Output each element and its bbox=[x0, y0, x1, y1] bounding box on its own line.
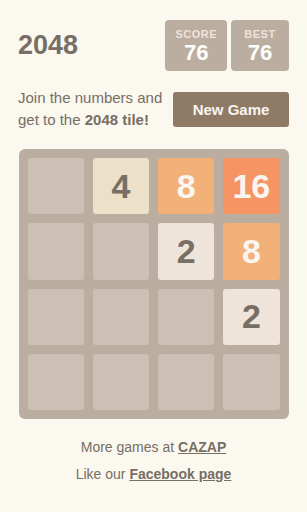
cazap-link[interactable]: CAZAP bbox=[178, 439, 226, 455]
tile-8: 8 bbox=[223, 223, 279, 279]
score-label: SCORE bbox=[175, 28, 217, 40]
best-label: BEST bbox=[241, 28, 279, 40]
empty-cell bbox=[158, 354, 214, 410]
intro-line1: Join the numbers and bbox=[18, 89, 162, 106]
tile-2: 2 bbox=[158, 223, 214, 279]
tile-8: 8 bbox=[158, 158, 214, 214]
best-value: 76 bbox=[241, 40, 279, 66]
empty-cell bbox=[28, 354, 84, 410]
empty-cell bbox=[28, 223, 84, 279]
score-panel: SCORE 76 BEST 76 bbox=[165, 20, 289, 71]
board[interactable]: 4816282 bbox=[19, 149, 289, 419]
score-value: 76 bbox=[175, 40, 217, 66]
tile-16: 16 bbox=[223, 158, 279, 214]
footer-line2-text: Like our bbox=[76, 466, 130, 482]
facebook-page-link[interactable]: Facebook page bbox=[129, 466, 231, 482]
score-box: SCORE 76 bbox=[165, 20, 227, 71]
empty-cell bbox=[93, 289, 149, 345]
empty-cell bbox=[93, 223, 149, 279]
footer-line2: Like our Facebook page bbox=[0, 466, 307, 482]
header: 2048 SCORE 76 BEST 76 bbox=[0, 0, 307, 71]
empty-cell bbox=[93, 354, 149, 410]
empty-cell bbox=[158, 289, 214, 345]
intro-row: Join the numbers and get to the 2048 til… bbox=[0, 87, 307, 131]
empty-cell bbox=[28, 158, 84, 214]
page: 2048 SCORE 76 BEST 76 Join the numbers a… bbox=[0, 0, 307, 512]
intro-text: Join the numbers and get to the 2048 til… bbox=[18, 87, 162, 131]
empty-cell bbox=[223, 354, 279, 410]
empty-cell bbox=[28, 289, 84, 345]
tile-2: 2 bbox=[223, 289, 279, 345]
best-box: BEST 76 bbox=[231, 20, 289, 71]
footer: More games at CAZAP Like our Facebook pa… bbox=[0, 439, 307, 482]
intro-line2-bold: 2048 tile! bbox=[85, 111, 149, 128]
footer-line1-text: More games at bbox=[81, 439, 178, 455]
footer-line1: More games at CAZAP bbox=[0, 439, 307, 455]
tile-4: 4 bbox=[93, 158, 149, 214]
new-game-button[interactable]: New Game bbox=[173, 92, 289, 127]
intro-line2-prefix: get to the bbox=[18, 111, 85, 128]
page-title: 2048 bbox=[18, 30, 78, 61]
